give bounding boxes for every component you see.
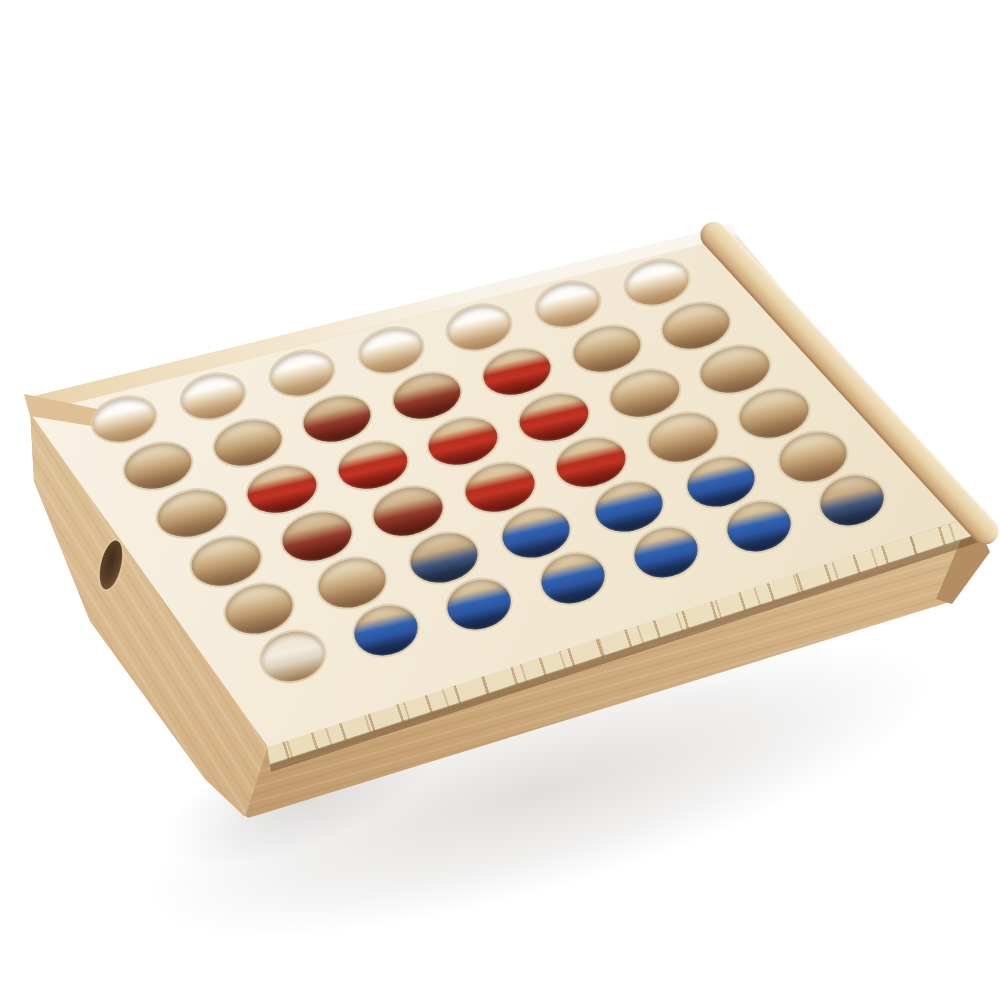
product-photo-stage: [0, 0, 1000, 1000]
